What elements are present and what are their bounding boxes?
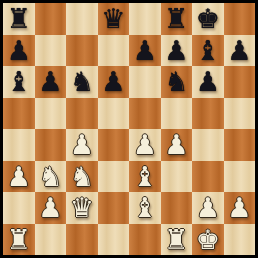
piece-white-pawn[interactable]: ♟ — [227, 192, 251, 223]
square-a2[interactable] — [3, 192, 35, 224]
square-g5[interactable] — [192, 98, 224, 130]
piece-white-pawn[interactable]: ♟ — [38, 192, 62, 223]
square-h3[interactable] — [224, 161, 256, 193]
square-d4[interactable] — [98, 129, 130, 161]
piece-black-king[interactable]: ♚ — [196, 3, 220, 34]
square-d1[interactable] — [98, 224, 130, 256]
piece-black-pawn[interactable]: ♟ — [227, 35, 251, 66]
square-d3[interactable] — [98, 161, 130, 193]
square-c5[interactable] — [66, 98, 98, 130]
piece-white-bishop[interactable]: ♝ — [133, 192, 157, 223]
square-f7[interactable]: ♟ — [161, 35, 193, 67]
piece-black-pawn[interactable]: ♟ — [38, 66, 62, 97]
piece-black-rook[interactable]: ♜ — [164, 3, 188, 34]
piece-white-pawn[interactable]: ♟ — [70, 129, 94, 160]
square-d6[interactable]: ♟ — [98, 66, 130, 98]
square-b3[interactable]: ♞ — [35, 161, 67, 193]
square-b7[interactable] — [35, 35, 67, 67]
square-g3[interactable] — [192, 161, 224, 193]
square-f5[interactable] — [161, 98, 193, 130]
square-b8[interactable] — [35, 3, 67, 35]
square-d7[interactable] — [98, 35, 130, 67]
square-b1[interactable] — [35, 224, 67, 256]
square-g2[interactable]: ♟ — [192, 192, 224, 224]
square-f6[interactable]: ♞ — [161, 66, 193, 98]
square-b5[interactable] — [35, 98, 67, 130]
piece-white-rook[interactable]: ♜ — [164, 224, 188, 255]
piece-black-bishop[interactable]: ♝ — [196, 35, 220, 66]
square-d8[interactable]: ♛ — [98, 3, 130, 35]
square-e7[interactable]: ♟ — [129, 35, 161, 67]
square-e4[interactable]: ♟ — [129, 129, 161, 161]
square-e1[interactable] — [129, 224, 161, 256]
square-d5[interactable] — [98, 98, 130, 130]
square-e5[interactable] — [129, 98, 161, 130]
square-e8[interactable] — [129, 3, 161, 35]
square-a6[interactable]: ♝ — [3, 66, 35, 98]
square-a7[interactable]: ♟ — [3, 35, 35, 67]
square-c4[interactable]: ♟ — [66, 129, 98, 161]
square-h6[interactable] — [224, 66, 256, 98]
square-c7[interactable] — [66, 35, 98, 67]
piece-black-pawn[interactable]: ♟ — [133, 35, 157, 66]
square-h1[interactable] — [224, 224, 256, 256]
square-g1[interactable]: ♚ — [192, 224, 224, 256]
square-a3[interactable]: ♟ — [3, 161, 35, 193]
square-f4[interactable]: ♟ — [161, 129, 193, 161]
square-e2[interactable]: ♝ — [129, 192, 161, 224]
square-d2[interactable] — [98, 192, 130, 224]
square-a4[interactable] — [3, 129, 35, 161]
piece-white-pawn[interactable]: ♟ — [164, 129, 188, 160]
piece-black-knight[interactable]: ♞ — [70, 66, 94, 97]
piece-white-knight[interactable]: ♞ — [70, 161, 94, 192]
square-g6[interactable]: ♟ — [192, 66, 224, 98]
square-c8[interactable] — [66, 3, 98, 35]
piece-white-pawn[interactable]: ♟ — [196, 192, 220, 223]
piece-black-pawn[interactable]: ♟ — [7, 35, 31, 66]
chess-board-frame: ♜♛♜♚♟♟♟♝♟♝♟♞♟♞♟♟♟♟♟♞♞♝♟♛♝♟♟♜♜♚ — [0, 0, 258, 258]
square-g4[interactable] — [192, 129, 224, 161]
piece-white-knight[interactable]: ♞ — [38, 161, 62, 192]
piece-white-queen[interactable]: ♛ — [70, 192, 94, 223]
square-c1[interactable] — [66, 224, 98, 256]
square-g8[interactable]: ♚ — [192, 3, 224, 35]
square-g7[interactable]: ♝ — [192, 35, 224, 67]
piece-black-rook[interactable]: ♜ — [7, 3, 31, 34]
square-h8[interactable] — [224, 3, 256, 35]
piece-black-pawn[interactable]: ♟ — [101, 66, 125, 97]
piece-black-queen[interactable]: ♛ — [101, 3, 125, 34]
square-c2[interactable]: ♛ — [66, 192, 98, 224]
square-a5[interactable] — [3, 98, 35, 130]
square-h2[interactable]: ♟ — [224, 192, 256, 224]
square-e6[interactable] — [129, 66, 161, 98]
piece-white-pawn[interactable]: ♟ — [133, 129, 157, 160]
square-c3[interactable]: ♞ — [66, 161, 98, 193]
chess-board: ♜♛♜♚♟♟♟♝♟♝♟♞♟♞♟♟♟♟♟♞♞♝♟♛♝♟♟♜♜♚ — [3, 3, 255, 255]
square-h7[interactable]: ♟ — [224, 35, 256, 67]
square-a8[interactable]: ♜ — [3, 3, 35, 35]
square-b2[interactable]: ♟ — [35, 192, 67, 224]
square-b6[interactable]: ♟ — [35, 66, 67, 98]
square-c6[interactable]: ♞ — [66, 66, 98, 98]
square-b4[interactable] — [35, 129, 67, 161]
square-e3[interactable]: ♝ — [129, 161, 161, 193]
square-h4[interactable] — [224, 129, 256, 161]
square-f8[interactable]: ♜ — [161, 3, 193, 35]
square-f3[interactable] — [161, 161, 193, 193]
piece-black-knight[interactable]: ♞ — [164, 66, 188, 97]
piece-black-bishop[interactable]: ♝ — [7, 66, 31, 97]
piece-white-bishop[interactable]: ♝ — [133, 161, 157, 192]
square-h5[interactable] — [224, 98, 256, 130]
piece-black-pawn[interactable]: ♟ — [196, 66, 220, 97]
piece-white-king[interactable]: ♚ — [196, 224, 220, 255]
square-a1[interactable]: ♜ — [3, 224, 35, 256]
piece-black-pawn[interactable]: ♟ — [164, 35, 188, 66]
piece-white-pawn[interactable]: ♟ — [7, 161, 31, 192]
square-f1[interactable]: ♜ — [161, 224, 193, 256]
square-f2[interactable] — [161, 192, 193, 224]
piece-white-rook[interactable]: ♜ — [7, 224, 31, 255]
